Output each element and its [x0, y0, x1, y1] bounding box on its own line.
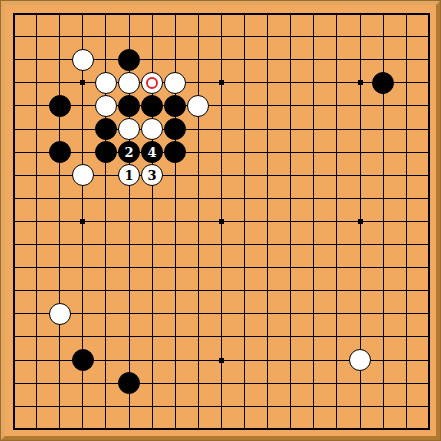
grid-line-vertical: [244, 14, 245, 430]
go-board: 2413: [0, 0, 441, 441]
black-stone: [118, 49, 140, 71]
black-stone: [49, 95, 71, 117]
black-stone: [372, 72, 394, 94]
star-point: [219, 80, 224, 85]
star-point: [80, 219, 85, 224]
black-stone: [118, 95, 140, 117]
circle-mark: [146, 77, 158, 89]
white-stone: [118, 118, 140, 140]
black-stone: [164, 95, 186, 117]
grid-line-horizontal: [14, 336, 430, 337]
white-stone: [72, 164, 94, 186]
grid-line-vertical: [267, 14, 268, 430]
black-stone: [49, 141, 71, 163]
black-stone: [141, 95, 163, 117]
star-point: [219, 358, 224, 363]
black-stone: [95, 118, 117, 140]
grid-line-vertical: [406, 14, 407, 430]
board-grid: 2413: [6, 6, 435, 435]
star-point: [219, 219, 224, 224]
white-stone: [49, 303, 71, 325]
black-stone: [95, 141, 117, 163]
move-number-label: 4: [148, 146, 157, 159]
grid-line-horizontal: [14, 267, 430, 268]
grid-line-horizontal: [14, 383, 430, 384]
grid-line-horizontal: [14, 313, 430, 314]
white-stone: [141, 72, 163, 94]
white-stone: [95, 72, 117, 94]
grid-line-horizontal: [14, 244, 430, 245]
white-stone: [164, 72, 186, 94]
star-point: [358, 80, 363, 85]
white-stone: [95, 95, 117, 117]
grid-line-vertical: [290, 14, 291, 430]
white-stone: [141, 118, 163, 140]
white-stone: [349, 349, 371, 371]
grid-line-horizontal: [14, 406, 430, 407]
grid-line-vertical: [336, 14, 337, 430]
black-stone: [118, 372, 140, 394]
move-number-label: 2: [124, 146, 133, 159]
move-number-label: 3: [148, 169, 157, 182]
white-stone: [118, 72, 140, 94]
white-stone: [72, 49, 94, 71]
black-stone: 2: [118, 141, 140, 163]
grid-line-vertical: [313, 14, 314, 430]
black-stone: [72, 349, 94, 371]
star-point: [358, 219, 363, 224]
move-number-label: 1: [124, 169, 133, 182]
grid-line-horizontal: [14, 290, 430, 291]
star-point: [80, 80, 85, 85]
